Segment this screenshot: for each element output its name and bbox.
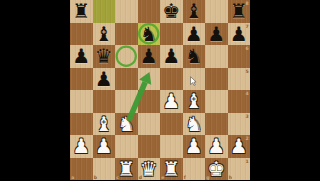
square-c5[interactable]: [115, 68, 138, 91]
square-e6[interactable]: ♟: [160, 45, 183, 68]
square-g4[interactable]: [205, 90, 228, 113]
square-a4[interactable]: [70, 90, 93, 113]
square-e2[interactable]: [160, 135, 183, 158]
square-a3[interactable]: [70, 113, 93, 136]
square-h1[interactable]: [228, 158, 251, 181]
letterbox-right: [250, 0, 320, 180]
square-d6[interactable]: ♟: [138, 45, 161, 68]
square-e7[interactable]: [160, 23, 183, 46]
square-f8[interactable]: ♝: [183, 0, 206, 23]
square-e8[interactable]: ♚: [160, 0, 183, 23]
black-bishop-piece[interactable]: ♝: [185, 0, 203, 23]
square-f7[interactable]: ♟: [183, 23, 206, 46]
white-bishop-piece[interactable]: ♝: [95, 113, 113, 136]
white-knight-piece[interactable]: ♞: [185, 113, 203, 136]
square-e3[interactable]: [160, 113, 183, 136]
square-g3[interactable]: [205, 113, 228, 136]
white-pawn-piece[interactable]: ♟: [162, 90, 180, 113]
square-h2[interactable]: ♟: [228, 135, 251, 158]
square-f6[interactable]: ♞: [183, 45, 206, 68]
black-pawn-piece[interactable]: ♟: [95, 68, 113, 91]
square-a7[interactable]: [70, 23, 93, 46]
square-c4[interactable]: [115, 90, 138, 113]
letterbox-left: [0, 0, 70, 180]
square-c8[interactable]: [115, 0, 138, 23]
white-bishop-piece[interactable]: ♝: [185, 90, 203, 113]
square-b5[interactable]: ♟: [93, 68, 116, 91]
square-b6[interactable]: ♛: [93, 45, 116, 68]
square-d1[interactable]: ♛: [138, 158, 161, 181]
black-king-piece[interactable]: ♚: [162, 0, 180, 23]
square-d8[interactable]: [138, 0, 161, 23]
square-c1[interactable]: ♜: [115, 158, 138, 181]
black-pawn-piece[interactable]: ♟: [140, 45, 158, 68]
square-g2[interactable]: ♟: [205, 135, 228, 158]
square-c3[interactable]: ♞: [115, 113, 138, 136]
square-h5[interactable]: [228, 68, 251, 91]
square-f5[interactable]: [183, 68, 206, 91]
black-queen-piece[interactable]: ♛: [95, 45, 113, 68]
black-pawn-piece[interactable]: ♟: [162, 45, 180, 68]
black-pawn-piece[interactable]: ♟: [230, 23, 248, 46]
square-a2[interactable]: ♟: [70, 135, 93, 158]
black-pawn-piece[interactable]: ♟: [207, 23, 225, 46]
square-d7[interactable]: ♞: [138, 23, 161, 46]
square-d2[interactable]: [138, 135, 161, 158]
white-pawn-piece[interactable]: ♟: [72, 135, 90, 158]
square-g8[interactable]: [205, 0, 228, 23]
square-e1[interactable]: ♜: [160, 158, 183, 181]
square-d5[interactable]: [138, 68, 161, 91]
black-pawn-piece[interactable]: ♟: [185, 23, 203, 46]
white-pawn-piece[interactable]: ♟: [207, 135, 225, 158]
square-a5[interactable]: [70, 68, 93, 91]
square-g5[interactable]: [205, 68, 228, 91]
black-bishop-piece[interactable]: ♝: [95, 23, 113, 46]
square-e4[interactable]: ♟: [160, 90, 183, 113]
square-d4[interactable]: [138, 90, 161, 113]
white-pawn-piece[interactable]: ♟: [185, 135, 203, 158]
black-knight-piece[interactable]: ♞: [185, 45, 203, 68]
square-h3[interactable]: [228, 113, 251, 136]
video-frame: ♜♚♝♜♝♞♟♟♟♟♛♟♟♞♟♟♝♝♞♞♟♟♟♟♟♜♛♜♚87654321abc…: [0, 0, 320, 180]
square-g7[interactable]: ♟: [205, 23, 228, 46]
square-d3[interactable]: [138, 113, 161, 136]
square-g6[interactable]: [205, 45, 228, 68]
white-knight-piece[interactable]: ♞: [117, 113, 135, 136]
white-rook-piece[interactable]: ♜: [117, 158, 135, 181]
square-c6[interactable]: [115, 45, 138, 68]
white-king-piece[interactable]: ♚: [207, 158, 225, 181]
chess-board[interactable]: ♜♚♝♜♝♞♟♟♟♟♛♟♟♞♟♟♝♝♞♞♟♟♟♟♟♜♛♜♚87654321abc…: [70, 0, 250, 180]
square-f3[interactable]: ♞: [183, 113, 206, 136]
white-queen-piece[interactable]: ♛: [140, 158, 158, 181]
black-knight-piece[interactable]: ♞: [140, 23, 158, 46]
square-b3[interactable]: ♝: [93, 113, 116, 136]
square-h8[interactable]: ♜: [228, 0, 251, 23]
square-b4[interactable]: [93, 90, 116, 113]
square-b2[interactable]: ♟: [93, 135, 116, 158]
square-a6[interactable]: ♟: [70, 45, 93, 68]
square-b1[interactable]: [93, 158, 116, 181]
square-f4[interactable]: ♝: [183, 90, 206, 113]
black-rook-piece[interactable]: ♜: [72, 0, 90, 23]
square-a8[interactable]: ♜: [70, 0, 93, 23]
white-pawn-piece[interactable]: ♟: [95, 135, 113, 158]
square-g1[interactable]: ♚: [205, 158, 228, 181]
square-b8[interactable]: [93, 0, 116, 23]
square-a1[interactable]: [70, 158, 93, 181]
square-c7[interactable]: [115, 23, 138, 46]
square-h7[interactable]: ♟: [228, 23, 251, 46]
square-h4[interactable]: [228, 90, 251, 113]
square-c2[interactable]: [115, 135, 138, 158]
square-f1[interactable]: [183, 158, 206, 181]
white-rook-piece[interactable]: ♜: [162, 158, 180, 181]
square-b7[interactable]: ♝: [93, 23, 116, 46]
black-pawn-piece[interactable]: ♟: [72, 45, 90, 68]
square-e5[interactable]: [160, 68, 183, 91]
square-h6[interactable]: [228, 45, 251, 68]
black-rook-piece[interactable]: ♜: [230, 0, 248, 23]
square-f2[interactable]: ♟: [183, 135, 206, 158]
white-pawn-piece[interactable]: ♟: [230, 135, 248, 158]
